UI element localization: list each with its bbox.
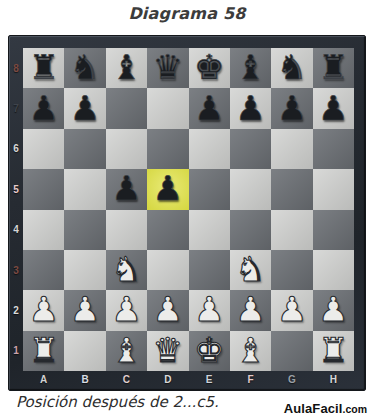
square-b4 (64, 210, 105, 250)
square-a5 (23, 169, 64, 209)
piece-black-pawn: ♟ (111, 171, 141, 205)
square-b5 (64, 169, 105, 209)
page: Diagrama 58 8♜♞♝♛♚♝♞♜7♟♟♟♟♟♟65♟♟43♞♞2♟♟♟… (0, 0, 374, 418)
watermark-brand: AulaFacil (284, 401, 343, 416)
square-g3 (271, 250, 312, 290)
square-a2: ♟ (23, 290, 64, 330)
square-g7: ♟ (271, 88, 312, 128)
square-d4 (147, 210, 188, 250)
file-label-c: C (106, 371, 147, 391)
piece-white-rook: ♜ (28, 333, 58, 367)
square-h5 (313, 169, 354, 209)
rank-label-5: 5 (9, 169, 23, 209)
square-a6 (23, 129, 64, 169)
square-b1 (64, 331, 105, 371)
square-d6 (147, 129, 188, 169)
file-label-h: H (313, 371, 354, 391)
square-a7: ♟ (23, 88, 64, 128)
piece-white-king: ♚ (194, 333, 224, 367)
piece-white-knight: ♞ (235, 252, 265, 286)
rank-label-1: 1 (9, 331, 23, 371)
board-corner (9, 371, 23, 391)
square-c4 (106, 210, 147, 250)
square-f8: ♝ (230, 48, 271, 88)
piece-white-pawn: ♟ (70, 292, 100, 326)
piece-black-pawn: ♟ (194, 91, 224, 125)
square-c8: ♝ (106, 48, 147, 88)
square-d2: ♟ (147, 290, 188, 330)
watermark: AulaFacil.com (284, 399, 367, 417)
square-c5: ♟ (106, 169, 147, 209)
square-h2: ♟ (313, 290, 354, 330)
square-d7 (147, 88, 188, 128)
piece-white-bishop: ♝ (235, 333, 265, 367)
file-label-a: A (23, 371, 64, 391)
piece-black-rook: ♜ (28, 50, 58, 84)
piece-white-bishop: ♝ (111, 333, 141, 367)
piece-black-king: ♚ (194, 50, 224, 84)
piece-black-knight: ♞ (277, 50, 307, 84)
square-g6 (271, 129, 312, 169)
piece-black-queen: ♛ (153, 50, 183, 84)
piece-white-pawn: ♟ (235, 292, 265, 326)
square-b6 (64, 129, 105, 169)
piece-white-pawn: ♟ (277, 292, 307, 326)
square-d5: ♟ (147, 169, 188, 209)
file-label-f: F (230, 371, 271, 391)
square-c7 (106, 88, 147, 128)
piece-white-rook: ♜ (318, 333, 348, 367)
piece-white-knight: ♞ (111, 252, 141, 286)
piece-white-pawn: ♟ (111, 292, 141, 326)
piece-black-pawn: ♟ (70, 91, 100, 125)
square-f6 (230, 129, 271, 169)
square-e8: ♚ (189, 48, 230, 88)
piece-black-pawn: ♟ (318, 91, 348, 125)
square-d3 (147, 250, 188, 290)
caption: Posición después de 2...c5. (16, 393, 219, 411)
square-a8: ♜ (23, 48, 64, 88)
diagram-title: Diagrama 58 (0, 4, 374, 23)
square-e7: ♟ (189, 88, 230, 128)
piece-black-knight: ♞ (70, 50, 100, 84)
square-g1 (271, 331, 312, 371)
piece-black-pawn: ♟ (277, 91, 307, 125)
rank-label-4: 4 (9, 210, 23, 250)
piece-black-pawn: ♟ (235, 91, 265, 125)
square-d8: ♛ (147, 48, 188, 88)
square-d1: ♛ (147, 331, 188, 371)
square-f3: ♞ (230, 250, 271, 290)
square-g2: ♟ (271, 290, 312, 330)
square-h3 (313, 250, 354, 290)
square-g5 (271, 169, 312, 209)
file-label-d: D (147, 371, 188, 391)
square-g4 (271, 210, 312, 250)
rank-label-3: 3 (9, 250, 23, 290)
rank-label-2: 2 (9, 290, 23, 330)
square-e2: ♟ (189, 290, 230, 330)
piece-black-pawn: ♟ (28, 91, 58, 125)
piece-white-pawn: ♟ (28, 292, 58, 326)
rank-label-7: 7 (9, 88, 23, 128)
square-f5 (230, 169, 271, 209)
piece-white-pawn: ♟ (194, 292, 224, 326)
square-g8: ♞ (271, 48, 312, 88)
square-f2: ♟ (230, 290, 271, 330)
file-label-g: G (271, 371, 312, 391)
chess-board: 8♜♞♝♛♚♝♞♜7♟♟♟♟♟♟65♟♟43♞♞2♟♟♟♟♟♟♟♟1♜♝♛♚♝♜… (9, 48, 354, 391)
square-e3 (189, 250, 230, 290)
square-h7: ♟ (313, 88, 354, 128)
square-a3 (23, 250, 64, 290)
square-h6 (313, 129, 354, 169)
square-f7: ♟ (230, 88, 271, 128)
square-b3 (64, 250, 105, 290)
square-a1: ♜ (23, 331, 64, 371)
rank-label-8: 8 (9, 48, 23, 88)
piece-white-pawn: ♟ (318, 292, 348, 326)
watermark-tld: .com (342, 403, 367, 415)
piece-black-bishop: ♝ (235, 50, 265, 84)
square-h4 (313, 210, 354, 250)
square-e6 (189, 129, 230, 169)
piece-black-bishop: ♝ (111, 50, 141, 84)
square-c2: ♟ (106, 290, 147, 330)
chess-board-frame: 8♜♞♝♛♚♝♞♜7♟♟♟♟♟♟65♟♟43♞♞2♟♟♟♟♟♟♟♟1♜♝♛♚♝♜… (8, 35, 366, 391)
square-b7: ♟ (64, 88, 105, 128)
square-e4 (189, 210, 230, 250)
square-e1: ♚ (189, 331, 230, 371)
piece-black-pawn: ♟ (153, 171, 183, 205)
file-label-e: E (189, 371, 230, 391)
square-a4 (23, 210, 64, 250)
square-c1: ♝ (106, 331, 147, 371)
square-b2: ♟ (64, 290, 105, 330)
file-label-b: B (64, 371, 105, 391)
rank-label-6: 6 (9, 129, 23, 169)
square-b8: ♞ (64, 48, 105, 88)
square-f4 (230, 210, 271, 250)
square-h8: ♜ (313, 48, 354, 88)
square-c3: ♞ (106, 250, 147, 290)
square-c6 (106, 129, 147, 169)
square-h1: ♜ (313, 331, 354, 371)
piece-white-pawn: ♟ (153, 292, 183, 326)
piece-black-rook: ♜ (318, 50, 348, 84)
square-f1: ♝ (230, 331, 271, 371)
piece-white-queen: ♛ (153, 333, 183, 367)
square-e5 (189, 169, 230, 209)
